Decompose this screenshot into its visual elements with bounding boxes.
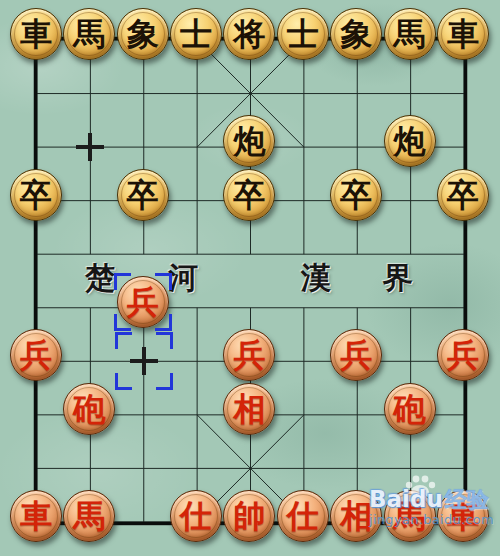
piece-black-soldier[interactable]: 卒 [117,169,169,221]
piece-red-horse[interactable]: 馬 [384,490,436,542]
piece-glyph: 兵 [340,339,372,371]
piece-glyph: 卒 [233,179,265,211]
piece-glyph: 車 [447,18,479,50]
piece-red-general[interactable]: 帥 [223,490,275,542]
piece-red-soldier[interactable]: 兵 [223,329,275,381]
piece-black-soldier[interactable]: 卒 [10,169,62,221]
piece-black-elephant[interactable]: 象 [330,8,382,60]
piece-red-chariot[interactable]: 車 [437,490,489,542]
piece-glyph: 炮 [394,125,426,157]
piece-red-elephant[interactable]: 相 [223,383,275,435]
piece-glyph: 炮 [233,125,265,157]
piece-glyph: 帥 [233,500,265,532]
piece-black-horse[interactable]: 馬 [63,8,115,60]
piece-black-soldier[interactable]: 卒 [330,169,382,221]
move-origin-cross-marker [75,132,105,162]
piece-glyph: 車 [20,500,52,532]
piece-red-horse[interactable]: 馬 [63,490,115,542]
piece-black-cannon[interactable]: 炮 [223,115,275,167]
piece-black-advisor[interactable]: 士 [170,8,222,60]
piece-glyph: 相 [340,500,372,532]
piece-red-soldier[interactable]: 兵 [10,329,62,381]
piece-black-general[interactable]: 将 [223,8,275,60]
piece-black-elephant[interactable]: 象 [117,8,169,60]
piece-black-horse[interactable]: 馬 [384,8,436,60]
piece-red-advisor[interactable]: 仕 [277,490,329,542]
piece-glyph: 卒 [447,179,479,211]
piece-glyph: 砲 [73,393,105,425]
piece-glyph: 士 [180,18,212,50]
piece-red-cannon[interactable]: 砲 [63,383,115,435]
piece-glyph: 仕 [180,500,212,532]
piece-glyph: 卒 [340,179,372,211]
piece-glyph: 象 [127,18,159,50]
piece-glyph: 卒 [20,179,52,211]
piece-glyph: 兵 [233,339,265,371]
piece-black-chariot[interactable]: 車 [10,8,62,60]
piece-glyph: 士 [287,18,319,50]
piece-glyph: 馬 [73,18,105,50]
piece-black-cannon[interactable]: 炮 [384,115,436,167]
piece-glyph: 砲 [394,393,426,425]
piece-glyph: 車 [447,500,479,532]
piece-glyph: 兵 [447,339,479,371]
piece-red-cannon[interactable]: 砲 [384,383,436,435]
piece-glyph: 卒 [127,179,159,211]
piece-glyph: 象 [340,18,372,50]
piece-glyph: 兵 [20,339,52,371]
piece-red-chariot[interactable]: 車 [10,490,62,542]
piece-red-soldier[interactable]: 兵 [437,329,489,381]
piece-black-advisor[interactable]: 士 [277,8,329,60]
piece-black-soldier[interactable]: 卒 [437,169,489,221]
piece-glyph: 相 [233,393,265,425]
piece-glyph: 馬 [73,500,105,532]
piece-glyph: 馬 [394,500,426,532]
piece-glyph: 馬 [394,18,426,50]
piece-red-advisor[interactable]: 仕 [170,490,222,542]
piece-black-soldier[interactable]: 卒 [223,169,275,221]
xiangqi-board-screenshot: 楚 河 漢 界 車馬象士将士象馬車炮炮卒卒卒卒卒兵兵兵兵兵砲相砲車馬仕帥仕相馬車… [0,0,500,556]
piece-red-soldier[interactable]: 兵 [330,329,382,381]
selection-brackets [115,332,173,390]
piece-glyph: 車 [20,18,52,50]
piece-black-chariot[interactable]: 車 [437,8,489,60]
xiangqi-board[interactable]: 車馬象士将士象馬車炮炮卒卒卒卒卒兵兵兵兵兵砲相砲車馬仕帥仕相馬車 [10,13,490,548]
piece-glyph: 仕 [287,500,319,532]
selection-brackets [114,273,172,331]
piece-red-elephant[interactable]: 相 [330,490,382,542]
piece-glyph: 将 [233,18,265,50]
